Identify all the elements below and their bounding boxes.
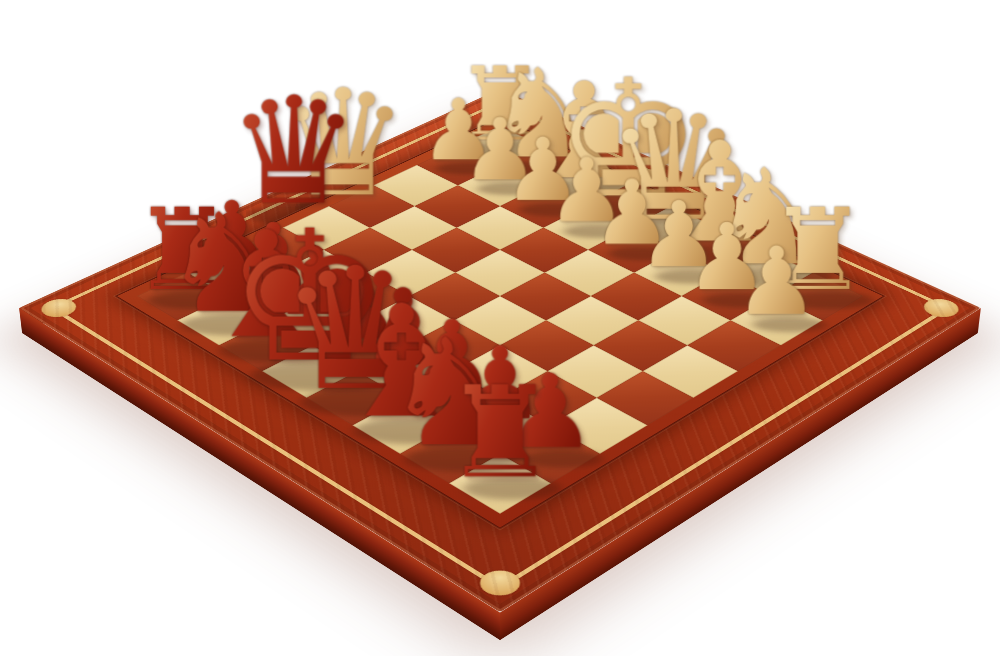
photo-backdrop: ♜♞♝♚♛♝♞♜♟♟♟♟♟♟♟♟♛♛♟♟♟♟♟♟♟♟♜♞♝♚♛♝♞♜ bbox=[0, 0, 1000, 656]
corner-medallion bbox=[917, 295, 965, 320]
pawn-glyph: ♟ bbox=[735, 235, 819, 329]
rook-glyph: ♜ bbox=[444, 369, 557, 495]
chess-board: ♜♞♝♚♛♝♞♜♟♟♟♟♟♟♟♟♛♛♟♟♟♟♟♟♟♟♜♞♝♚♛♝♞♜ bbox=[19, 89, 981, 612]
product-photo: { "game": "chess", "scene": { "type": "c… bbox=[0, 0, 1000, 656]
corner-medallion bbox=[479, 95, 521, 114]
corner-medallion bbox=[472, 565, 529, 600]
corner-medallion bbox=[35, 295, 83, 320]
